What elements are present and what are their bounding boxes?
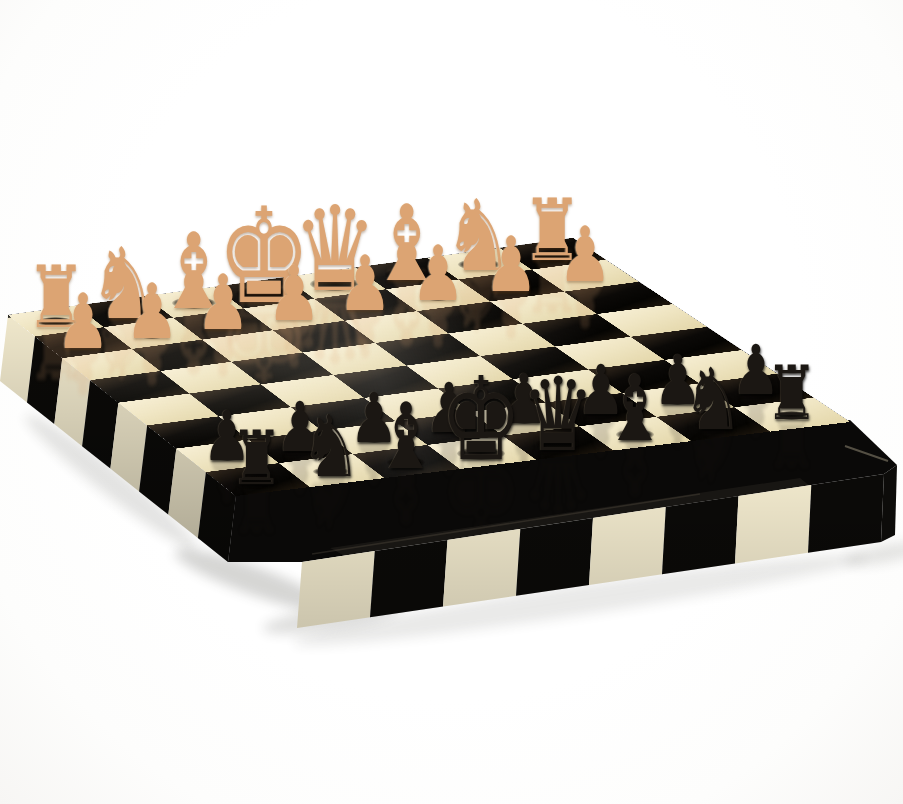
piece-black-king[interactable]: ♚ — [440, 363, 522, 478]
piece-white-pawn[interactable]: ♟ — [484, 226, 539, 302]
piece-black-rook[interactable]: ♜ — [231, 421, 285, 496]
piece-white-pawn[interactable]: ♟ — [125, 274, 180, 350]
piece-white-pawn[interactable]: ♟ — [410, 236, 465, 312]
chess-set-photo: ♜♞♝♛♚♝♞♜♟♟♟♟♟♟♟♟♟♟♟♟♟♟♟♟♜♞♝♛♚♝♞♜ ♜♞♝♛♚♝♞… — [0, 0, 903, 804]
piece-white-pawn[interactable]: ♟ — [338, 246, 393, 322]
piece-white-pawn[interactable]: ♟ — [56, 283, 111, 359]
piece-white-pawn[interactable]: ♟ — [266, 255, 321, 331]
piece-black-queen[interactable]: ♛ — [521, 364, 594, 466]
piece-black-rook[interactable]: ♜ — [765, 356, 819, 431]
piece-black-knight[interactable]: ♞ — [301, 404, 362, 490]
piece-black-bishop[interactable]: ♝ — [602, 363, 667, 454]
piece-black-knight[interactable]: ♞ — [682, 357, 743, 443]
piece-white-pawn[interactable]: ♟ — [558, 216, 613, 292]
piece-white-pawn[interactable]: ♟ — [195, 265, 250, 341]
piece-black-bishop[interactable]: ♝ — [373, 391, 438, 482]
